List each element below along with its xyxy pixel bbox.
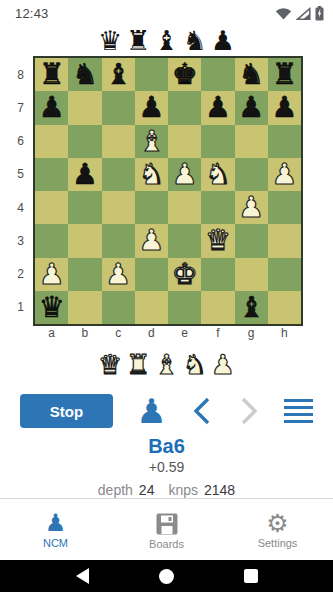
- square-b8[interactable]: ♞: [68, 58, 101, 91]
- square-c7[interactable]: [102, 91, 135, 124]
- square-g6[interactable]: [235, 125, 268, 158]
- back-icon[interactable]: [76, 568, 89, 584]
- square-b7[interactable]: [68, 91, 101, 124]
- square-b5[interactable]: ♟: [68, 158, 101, 191]
- battery-charging-icon: [315, 6, 324, 21]
- piece-white-knight-d5[interactable]: ♞: [138, 160, 164, 189]
- pawn-icon: ♟: [45, 510, 67, 536]
- gear-icon: ⚙: [266, 510, 288, 536]
- side-to-move-pawn-icon[interactable]: ♟: [136, 394, 166, 428]
- square-e6[interactable]: [168, 125, 201, 158]
- piece-black-pawn-f7[interactable]: ♟: [205, 93, 231, 122]
- palette-black-rook[interactable]: ♜: [126, 27, 150, 55]
- square-f2[interactable]: [201, 258, 234, 291]
- piece-black-queen-a1[interactable]: ♛: [39, 293, 65, 322]
- android-navigation-bar: [0, 560, 333, 592]
- status-icons: [275, 6, 324, 21]
- square-c2[interactable]: ♟: [102, 258, 135, 291]
- square-h4[interactable]: [268, 191, 301, 224]
- file-label-d: d: [135, 326, 168, 344]
- file-label-f: f: [201, 326, 234, 344]
- square-b3[interactable]: [68, 224, 101, 257]
- palette-black-pawn[interactable]: ♟: [211, 27, 235, 55]
- palette-black-bishop[interactable]: ♝: [154, 27, 178, 55]
- rank-label-5: 5: [0, 158, 33, 191]
- file-label-a: a: [35, 326, 68, 344]
- previous-move-button[interactable]: [190, 395, 214, 427]
- depth-label: depth: [98, 482, 133, 498]
- home-icon[interactable]: [159, 569, 174, 584]
- square-e1[interactable]: [168, 291, 201, 324]
- piece-black-pawn-d7[interactable]: ♟: [138, 93, 164, 122]
- piece-white-bishop-d6[interactable]: ♝: [138, 127, 164, 156]
- next-move-button[interactable]: [237, 395, 261, 427]
- piece-white-pawn-d3[interactable]: ♟: [138, 226, 164, 255]
- piece-black-rook-a8[interactable]: ♜: [39, 60, 65, 89]
- tab-settings-label: Settings: [258, 537, 298, 549]
- palette-white-knight[interactable]: ♞: [183, 351, 207, 379]
- piece-black-king-e8[interactable]: ♚: [172, 60, 198, 89]
- rank-labels: 87654321: [0, 56, 33, 326]
- square-h1[interactable]: [268, 291, 301, 324]
- palette-white-rook[interactable]: ♜: [126, 351, 150, 379]
- piece-white-pawn-g4[interactable]: ♟: [238, 193, 264, 222]
- engine-stats: depth 24 knps 2148: [0, 482, 333, 498]
- square-h5[interactable]: ♟: [268, 158, 301, 191]
- square-g1[interactable]: ♝: [235, 291, 268, 324]
- square-a1[interactable]: ♛: [35, 291, 68, 324]
- white-piece-palette: ♛♜♝♞♟: [0, 344, 333, 382]
- tab-boards[interactable]: Boards: [111, 499, 222, 560]
- square-d7[interactable]: ♟: [135, 91, 168, 124]
- recents-icon[interactable]: [244, 569, 258, 583]
- chess-board-container: 87654321 ♜♞♝♚♞♜♟♟♟♟♟♝♟♞♟♞♟♟♟♛♟♟♚♛♝: [0, 56, 333, 326]
- square-b2[interactable]: [68, 258, 101, 291]
- square-c4[interactable]: [102, 191, 135, 224]
- square-a4[interactable]: [35, 191, 68, 224]
- square-d5[interactable]: ♞: [135, 158, 168, 191]
- wifi-icon: [275, 7, 292, 20]
- square-d2[interactable]: [135, 258, 168, 291]
- piece-white-knight-f5[interactable]: ♞: [205, 160, 231, 189]
- palette-white-queen[interactable]: ♛: [98, 351, 122, 379]
- square-a5[interactable]: [35, 158, 68, 191]
- square-e5[interactable]: ♟: [168, 158, 201, 191]
- tab-boards-label: Boards: [149, 538, 184, 550]
- square-d3[interactable]: ♟: [135, 224, 168, 257]
- tab-settings[interactable]: ⚙ Settings: [222, 499, 333, 560]
- square-f3[interactable]: ♛: [201, 224, 234, 257]
- square-f5[interactable]: ♞: [201, 158, 234, 191]
- square-b4[interactable]: [68, 191, 101, 224]
- piece-white-pawn-h5[interactable]: ♟: [271, 160, 297, 189]
- square-h2[interactable]: [268, 258, 301, 291]
- square-e7[interactable]: [168, 91, 201, 124]
- square-a3[interactable]: [35, 224, 68, 257]
- square-b1[interactable]: [68, 291, 101, 324]
- square-h3[interactable]: [268, 224, 301, 257]
- square-h8[interactable]: ♜: [268, 58, 301, 91]
- palette-white-bishop[interactable]: ♝: [154, 351, 178, 379]
- square-a8[interactable]: ♜: [35, 58, 68, 91]
- status-time: 12:43: [15, 6, 49, 21]
- square-g7[interactable]: ♟: [235, 91, 268, 124]
- piece-black-pawn-g7[interactable]: ♟: [238, 93, 264, 122]
- square-a2[interactable]: ♟: [35, 258, 68, 291]
- knps-value: 2148: [204, 482, 235, 498]
- square-a6[interactable]: [35, 125, 68, 158]
- square-h6[interactable]: [268, 125, 301, 158]
- square-b6[interactable]: [68, 125, 101, 158]
- piece-white-pawn-e5[interactable]: ♟: [172, 160, 198, 189]
- piece-black-pawn-h7[interactable]: ♟: [271, 93, 297, 122]
- best-move[interactable]: Ba6: [0, 434, 333, 458]
- rank-label-2: 2: [0, 258, 33, 291]
- square-f7[interactable]: ♟: [201, 91, 234, 124]
- piece-white-queen-f3[interactable]: ♛: [205, 226, 231, 255]
- file-label-c: c: [102, 326, 135, 344]
- square-e8[interactable]: ♚: [168, 58, 201, 91]
- file-label-b: b: [68, 326, 101, 344]
- piece-black-pawn-b5[interactable]: ♟: [72, 160, 98, 189]
- piece-black-knight-b8[interactable]: ♞: [72, 60, 98, 89]
- piece-black-knight-g8[interactable]: ♞: [238, 60, 264, 89]
- cell-signal-icon: [296, 7, 311, 20]
- black-piece-palette: ♛♜♝♞♟: [0, 26, 333, 56]
- square-c6[interactable]: [102, 125, 135, 158]
- status-bar: 12:43: [0, 0, 333, 26]
- square-g5[interactable]: [235, 158, 268, 191]
- chess-board: ♜♞♝♚♞♜♟♟♟♟♟♝♟♞♟♞♟♟♟♛♟♟♚♛♝: [33, 56, 303, 326]
- save-icon: [155, 511, 179, 537]
- square-d1[interactable]: [135, 291, 168, 324]
- knps-label: knps: [168, 482, 198, 498]
- tab-ncm[interactable]: ♟ NCM: [0, 499, 111, 560]
- piece-black-pawn-a7[interactable]: ♟: [39, 93, 65, 122]
- square-a7[interactable]: ♟: [35, 91, 68, 124]
- square-e3[interactable]: [168, 224, 201, 257]
- square-g3[interactable]: [235, 224, 268, 257]
- square-c3[interactable]: [102, 224, 135, 257]
- rank-label-3: 3: [0, 224, 33, 257]
- rank-label-4: 4: [0, 191, 33, 224]
- square-g4[interactable]: ♟: [235, 191, 268, 224]
- palette-white-pawn[interactable]: ♟: [211, 351, 235, 379]
- engine-controls: Stop ♟: [0, 390, 333, 432]
- piece-black-bishop-c8[interactable]: ♝: [105, 60, 131, 89]
- depth-value: 24: [139, 482, 155, 498]
- rank-label-8: 8: [0, 58, 33, 91]
- piece-white-pawn-a2[interactable]: ♟: [39, 260, 65, 289]
- piece-black-rook-h8[interactable]: ♜: [271, 60, 297, 89]
- piece-white-king-e2[interactable]: ♚: [172, 260, 198, 289]
- file-label-h: h: [268, 326, 301, 344]
- file-label-g: g: [235, 326, 268, 344]
- rank-label-1: 1: [0, 291, 33, 324]
- square-h7[interactable]: ♟: [268, 91, 301, 124]
- file-labels: abcdefgh: [35, 326, 301, 344]
- menu-button[interactable]: [284, 397, 313, 425]
- square-d4[interactable]: [135, 191, 168, 224]
- square-e2[interactable]: ♚: [168, 258, 201, 291]
- stop-button[interactable]: Stop: [20, 394, 113, 428]
- square-f6[interactable]: [201, 125, 234, 158]
- bottom-nav: ♟ NCM Boards ⚙ Settings: [0, 498, 333, 560]
- square-d8[interactable]: [135, 58, 168, 91]
- evaluation: +0.59: [0, 458, 333, 476]
- rank-label-6: 6: [0, 125, 33, 158]
- piece-black-bishop-g1[interactable]: ♝: [238, 293, 264, 322]
- square-f4[interactable]: [201, 191, 234, 224]
- square-c1[interactable]: [102, 291, 135, 324]
- square-f1[interactable]: [201, 291, 234, 324]
- tab-ncm-label: NCM: [43, 537, 68, 549]
- file-label-e: e: [168, 326, 201, 344]
- square-g8[interactable]: ♞: [235, 58, 268, 91]
- square-f8[interactable]: [201, 58, 234, 91]
- square-e4[interactable]: [168, 191, 201, 224]
- square-d6[interactable]: ♝: [135, 125, 168, 158]
- palette-black-queen[interactable]: ♛: [98, 27, 122, 55]
- rank-label-7: 7: [0, 91, 33, 124]
- palette-black-knight[interactable]: ♞: [183, 27, 207, 55]
- square-c5[interactable]: [102, 158, 135, 191]
- square-g2[interactable]: [235, 258, 268, 291]
- piece-white-pawn-c2[interactable]: ♟: [105, 260, 131, 289]
- square-c8[interactable]: ♝: [102, 58, 135, 91]
